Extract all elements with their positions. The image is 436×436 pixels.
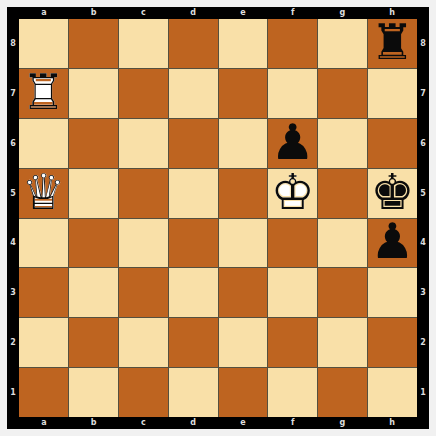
- square-c7[interactable]: [119, 69, 168, 118]
- black-piece-glyph: ♜: [368, 18, 417, 67]
- square-f4[interactable]: [268, 219, 317, 268]
- square-d3[interactable]: [169, 268, 218, 317]
- square-h3[interactable]: [368, 268, 417, 317]
- rank-label-2: 2: [417, 338, 429, 347]
- square-e2[interactable]: [219, 318, 268, 367]
- file-label-d: d: [168, 7, 218, 19]
- file-label-d: d: [168, 417, 218, 429]
- square-a6[interactable]: [19, 119, 68, 168]
- square-f8[interactable]: [268, 19, 317, 68]
- square-f7[interactable]: [268, 69, 317, 118]
- square-g1[interactable]: [318, 368, 367, 417]
- square-f1[interactable]: [268, 368, 317, 417]
- square-d8[interactable]: [169, 19, 218, 68]
- square-b5[interactable]: [69, 169, 118, 218]
- square-e8[interactable]: [219, 19, 268, 68]
- file-label-g: g: [318, 7, 368, 19]
- file-label-f: f: [268, 7, 318, 19]
- square-b4[interactable]: [69, 219, 118, 268]
- square-c5[interactable]: [119, 169, 168, 218]
- rank-label-1: 1: [7, 388, 19, 397]
- square-a5[interactable]: ♛♕: [19, 169, 68, 218]
- rank-label-7: 7: [7, 89, 19, 98]
- square-a7[interactable]: ♜♖: [19, 69, 68, 118]
- white-piece-outline: ♖: [19, 68, 68, 117]
- square-h7[interactable]: [368, 69, 417, 118]
- square-d5[interactable]: [169, 169, 218, 218]
- square-e7[interactable]: [219, 69, 268, 118]
- square-h4[interactable]: ♟: [368, 219, 417, 268]
- square-c6[interactable]: [119, 119, 168, 168]
- white-king-f5: ♚♔: [268, 169, 317, 218]
- square-b1[interactable]: [69, 368, 118, 417]
- white-rook-a7: ♜♖: [19, 69, 68, 118]
- rank-label-5: 5: [417, 189, 429, 198]
- square-c4[interactable]: [119, 219, 168, 268]
- rank-label-8: 8: [7, 39, 19, 48]
- square-a1[interactable]: [19, 368, 68, 417]
- square-b3[interactable]: [69, 268, 118, 317]
- square-e4[interactable]: [219, 219, 268, 268]
- square-c3[interactable]: [119, 268, 168, 317]
- square-a8[interactable]: [19, 19, 68, 68]
- rank-label-1: 1: [417, 388, 429, 397]
- rank-label-6: 6: [7, 139, 19, 148]
- file-label-b: b: [69, 417, 119, 429]
- rank-label-5: 5: [7, 189, 19, 198]
- black-king-h5: ♚: [368, 169, 417, 218]
- square-b7[interactable]: [69, 69, 118, 118]
- rank-label-4: 4: [417, 238, 429, 247]
- black-pawn-f6: ♟: [268, 119, 317, 168]
- file-labels-bottom: abcdefgh: [19, 417, 417, 429]
- square-h8[interactable]: ♜: [368, 19, 417, 68]
- white-piece-outline: ♔: [268, 168, 317, 217]
- square-e6[interactable]: [219, 119, 268, 168]
- file-labels-top: abcdefgh: [19, 7, 417, 19]
- square-h5[interactable]: ♚: [368, 169, 417, 218]
- square-a4[interactable]: [19, 219, 68, 268]
- rank-label-3: 3: [7, 288, 19, 297]
- black-rook-h8: ♜: [368, 19, 417, 68]
- black-piece-glyph: ♚: [368, 168, 417, 217]
- square-g2[interactable]: [318, 318, 367, 367]
- square-f2[interactable]: [268, 318, 317, 367]
- file-label-g: g: [318, 417, 368, 429]
- square-d1[interactable]: [169, 368, 218, 417]
- file-label-c: c: [119, 7, 169, 19]
- square-h2[interactable]: [368, 318, 417, 367]
- black-piece-glyph: ♟: [368, 218, 417, 267]
- square-g7[interactable]: [318, 69, 367, 118]
- rank-label-7: 7: [417, 89, 429, 98]
- square-f3[interactable]: [268, 268, 317, 317]
- square-d6[interactable]: [169, 119, 218, 168]
- square-h1[interactable]: [368, 368, 417, 417]
- square-a3[interactable]: [19, 268, 68, 317]
- square-a2[interactable]: [19, 318, 68, 367]
- file-label-e: e: [218, 7, 268, 19]
- square-h6[interactable]: [368, 119, 417, 168]
- black-pawn-h4: ♟: [368, 219, 417, 268]
- square-f6[interactable]: ♟: [268, 119, 317, 168]
- square-g6[interactable]: [318, 119, 367, 168]
- file-label-e: e: [218, 417, 268, 429]
- square-e1[interactable]: [219, 368, 268, 417]
- square-g8[interactable]: [318, 19, 367, 68]
- file-label-c: c: [119, 417, 169, 429]
- board-frame: abcdefgh 87654321 ♜♜♖♟♛♕♚♔♚♟ 87654321 ab…: [7, 7, 429, 429]
- square-b8[interactable]: [69, 19, 118, 68]
- square-g3[interactable]: [318, 268, 367, 317]
- chess-board: ♜♜♖♟♛♕♚♔♚♟: [19, 19, 417, 417]
- file-label-f: f: [268, 417, 318, 429]
- file-label-a: a: [19, 7, 69, 19]
- rank-label-6: 6: [417, 139, 429, 148]
- square-c1[interactable]: [119, 368, 168, 417]
- square-b2[interactable]: [69, 318, 118, 367]
- rank-labels-left: 87654321: [7, 19, 19, 417]
- square-d7[interactable]: [169, 69, 218, 118]
- white-piece-outline: ♕: [19, 168, 68, 217]
- square-e3[interactable]: [219, 268, 268, 317]
- rank-labels-right: 87654321: [417, 19, 429, 417]
- black-piece-glyph: ♟: [268, 118, 317, 167]
- square-e5[interactable]: [219, 169, 268, 218]
- chess-diagram: abcdefgh 87654321 ♜♜♖♟♛♕♚♔♚♟ 87654321 ab…: [0, 0, 436, 436]
- file-label-h: h: [367, 417, 417, 429]
- square-c8[interactable]: [119, 19, 168, 68]
- white-queen-a5: ♛♕: [19, 169, 68, 218]
- rank-label-2: 2: [7, 338, 19, 347]
- square-g4[interactable]: [318, 219, 367, 268]
- square-f5[interactable]: ♚♔: [268, 169, 317, 218]
- square-d2[interactable]: [169, 318, 218, 367]
- rank-label-8: 8: [417, 39, 429, 48]
- rank-label-3: 3: [417, 288, 429, 297]
- square-c2[interactable]: [119, 318, 168, 367]
- square-d4[interactable]: [169, 219, 218, 268]
- file-label-b: b: [69, 7, 119, 19]
- rank-label-4: 4: [7, 238, 19, 247]
- square-b6[interactable]: [69, 119, 118, 168]
- square-g5[interactable]: [318, 169, 367, 218]
- file-label-a: a: [19, 417, 69, 429]
